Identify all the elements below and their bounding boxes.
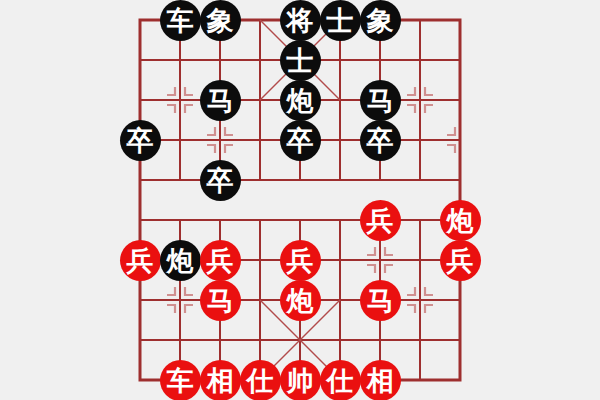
piece-red-horse[interactable]: 马 — [360, 280, 401, 321]
piece-red-horse[interactable]: 马 — [200, 280, 241, 321]
piece-red-cannon[interactable]: 炮 — [280, 280, 321, 321]
piece-black-horse[interactable]: 马 — [360, 80, 401, 121]
piece-red-soldier[interactable]: 兵 — [440, 240, 481, 281]
piece-black-soldier[interactable]: 卒 — [200, 160, 241, 201]
piece-red-advisor[interactable]: 仕 — [320, 360, 361, 400]
piece-black-elephant[interactable]: 象 — [200, 0, 241, 41]
piece-black-soldier[interactable]: 卒 — [360, 120, 401, 161]
piece-red-soldier[interactable]: 兵 — [200, 240, 241, 281]
piece-black-chariot[interactable]: 车 — [160, 0, 201, 41]
piece-black-cannon[interactable]: 炮 — [160, 240, 201, 281]
app-background: 车象将士象士马炮马卒卒卒卒兵炮兵炮兵兵兵马炮马车相仕帅仕相 — [0, 0, 600, 400]
piece-red-cannon[interactable]: 炮 — [440, 200, 481, 241]
piece-red-chariot[interactable]: 车 — [160, 360, 201, 400]
piece-red-general[interactable]: 帅 — [280, 360, 321, 400]
piece-black-soldier[interactable]: 卒 — [280, 120, 321, 161]
piece-black-general[interactable]: 将 — [280, 0, 321, 41]
piece-red-elephant[interactable]: 相 — [200, 360, 241, 400]
piece-red-elephant[interactable]: 相 — [360, 360, 401, 400]
piece-black-advisor[interactable]: 士 — [320, 0, 361, 41]
xiangqi-board: 车象将士象士马炮马卒卒卒卒兵炮兵炮兵兵兵马炮马车相仕帅仕相 — [120, 0, 480, 400]
piece-red-soldier[interactable]: 兵 — [360, 200, 401, 241]
piece-red-advisor[interactable]: 仕 — [240, 360, 281, 400]
piece-black-elephant[interactable]: 象 — [360, 0, 401, 41]
piece-black-advisor[interactable]: 士 — [280, 40, 321, 81]
piece-black-soldier[interactable]: 卒 — [120, 120, 161, 161]
pieces-grid: 车象将士象士马炮马卒卒卒卒兵炮兵炮兵兵兵马炮马车相仕帅仕相 — [120, 0, 480, 400]
piece-red-soldier[interactable]: 兵 — [280, 240, 321, 281]
piece-black-cannon[interactable]: 炮 — [280, 80, 321, 121]
piece-red-soldier[interactable]: 兵 — [120, 240, 161, 281]
piece-black-horse[interactable]: 马 — [200, 80, 241, 121]
